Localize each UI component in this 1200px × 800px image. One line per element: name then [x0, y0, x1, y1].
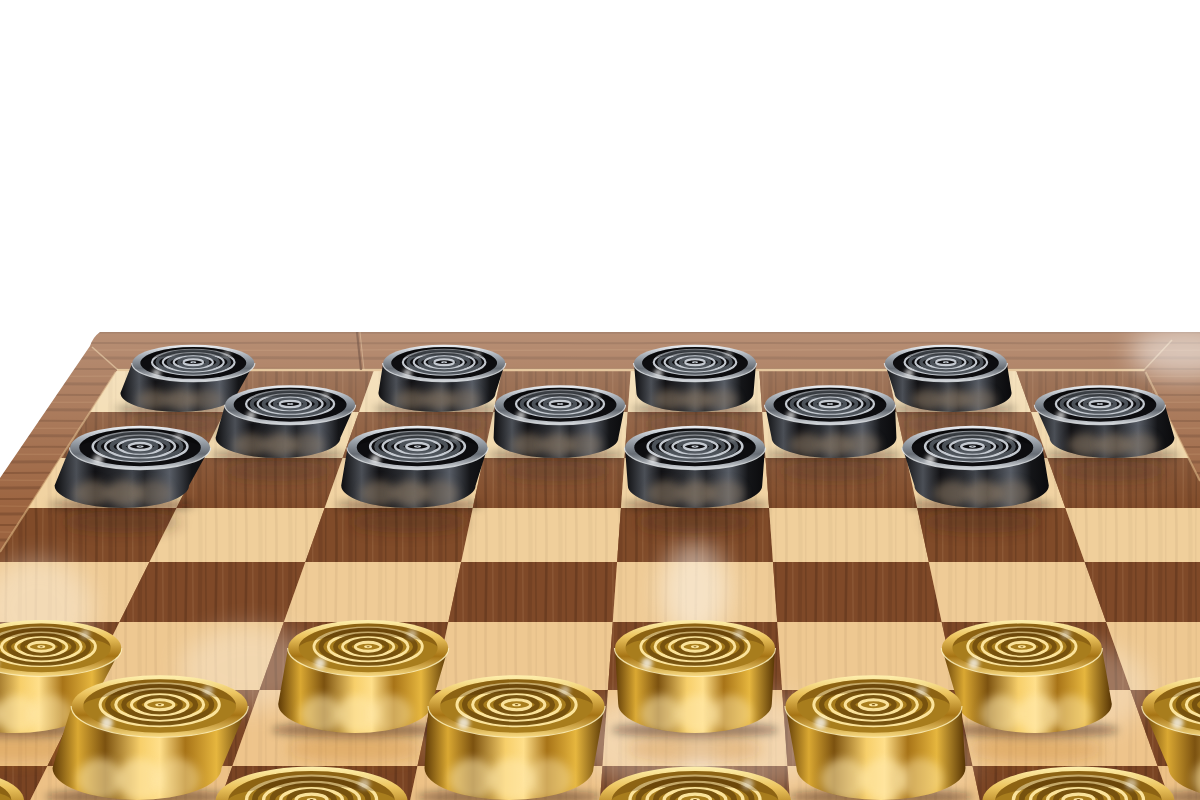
specular-glint	[1132, 392, 1140, 398]
specular-glint	[474, 351, 481, 357]
specular-glint	[80, 629, 90, 638]
wall-reflections	[396, 389, 481, 409]
specular-glint	[648, 455, 658, 464]
piece-reflection	[779, 461, 890, 481]
hub-center	[559, 404, 562, 405]
square-grain	[149, 508, 324, 562]
specular-glint	[371, 455, 381, 464]
square-grain	[284, 562, 461, 622]
wall-reflections	[1068, 434, 1158, 456]
wall-reflections	[821, 758, 943, 800]
specular-glint	[968, 658, 979, 669]
wall-reflections	[934, 480, 1031, 506]
square-grain	[461, 508, 621, 562]
piece-reflection	[627, 735, 763, 763]
piece-reflection	[922, 511, 1041, 533]
piece-reflection	[62, 511, 181, 533]
dark-piece[interactable]	[622, 426, 769, 533]
square-grain	[1065, 508, 1200, 562]
dark-piece[interactable]	[631, 345, 759, 434]
gold-piece[interactable]	[785, 675, 973, 800]
hub-center	[139, 446, 142, 447]
wall-reflections	[981, 695, 1092, 733]
specular-glint	[654, 369, 663, 376]
hub-center	[694, 446, 697, 447]
hub-center	[872, 704, 876, 705]
hub-center	[1020, 646, 1023, 647]
checkers-board-photo	[0, 0, 1200, 800]
wall-reflections	[361, 480, 458, 506]
specular-glint	[592, 392, 600, 398]
piece-reflection	[967, 735, 1103, 763]
wall-reflections	[301, 695, 412, 733]
specular-glint	[223, 351, 230, 357]
wall-reflections	[138, 389, 223, 409]
piece-reflection	[349, 511, 468, 533]
specular-glint	[729, 433, 737, 440]
specular-glint	[1056, 412, 1065, 420]
wall-reflections	[512, 434, 602, 456]
specular-glint	[247, 412, 256, 420]
specular-glint	[814, 717, 826, 729]
specular-glint	[315, 658, 326, 669]
wall-reflections	[641, 695, 752, 733]
specular-glint	[322, 392, 330, 398]
specular-glint	[407, 629, 417, 638]
checkers-board[interactable]	[0, 0, 1200, 800]
square-grain	[773, 562, 942, 622]
wall-reflections	[647, 480, 744, 506]
hub-center	[971, 446, 974, 447]
specular-glint	[560, 686, 571, 696]
specular-glint	[1007, 433, 1015, 440]
square-grain	[119, 562, 305, 622]
wall-reflections	[234, 434, 324, 456]
square-grain	[929, 562, 1106, 622]
piece-reflection	[1057, 461, 1168, 481]
wall-reflections	[912, 389, 997, 409]
specular-glint	[452, 433, 460, 440]
specular-glint	[742, 778, 754, 789]
piece-reflection	[501, 461, 612, 481]
hub-center	[945, 362, 947, 363]
specular-glint	[1171, 717, 1183, 729]
piece-reflection	[636, 511, 755, 533]
specular-glint	[152, 369, 161, 376]
specular-glint	[359, 778, 371, 789]
specular-glint	[1061, 629, 1071, 638]
specular-glint	[93, 455, 103, 464]
wall-reflections	[74, 480, 171, 506]
specular-glint	[862, 392, 870, 398]
specular-glint	[917, 686, 928, 696]
specular-glint	[458, 717, 470, 729]
specular-glint	[174, 433, 182, 440]
hub-center	[693, 646, 696, 647]
hub-center	[416, 446, 419, 447]
square-grain	[448, 562, 617, 622]
piece-reflection	[223, 461, 334, 481]
specular-glint	[725, 351, 732, 357]
specular-glint	[976, 351, 983, 357]
wall-reflections	[654, 389, 739, 409]
specular-glint	[734, 629, 744, 638]
specular-glint	[101, 717, 113, 729]
specular-glint	[926, 455, 936, 464]
wall-reflections	[790, 434, 880, 456]
specular-glint	[905, 369, 914, 376]
hub-center	[192, 362, 194, 363]
hub-center	[829, 404, 832, 405]
specular-glint	[641, 658, 652, 669]
hub-center	[158, 704, 162, 705]
specular-glint	[1125, 778, 1137, 789]
hub-center	[40, 646, 43, 647]
hub-center	[1099, 404, 1102, 405]
specular-glint	[403, 369, 412, 376]
specular-glint	[203, 686, 214, 696]
dark-piece[interactable]	[765, 385, 902, 481]
hub-center	[443, 362, 445, 363]
specular-glint	[516, 412, 525, 420]
piece-reflection	[287, 735, 423, 763]
gold-piece[interactable]	[417, 675, 605, 800]
hub-center	[694, 362, 696, 363]
dark-piece[interactable]	[488, 385, 625, 481]
hub-center	[515, 704, 519, 705]
specular-glint	[786, 412, 795, 420]
square-grain	[769, 508, 929, 562]
wall-reflections	[449, 758, 571, 800]
wall-reflections	[77, 758, 199, 800]
hub-center	[367, 646, 370, 647]
hub-center	[289, 404, 292, 405]
